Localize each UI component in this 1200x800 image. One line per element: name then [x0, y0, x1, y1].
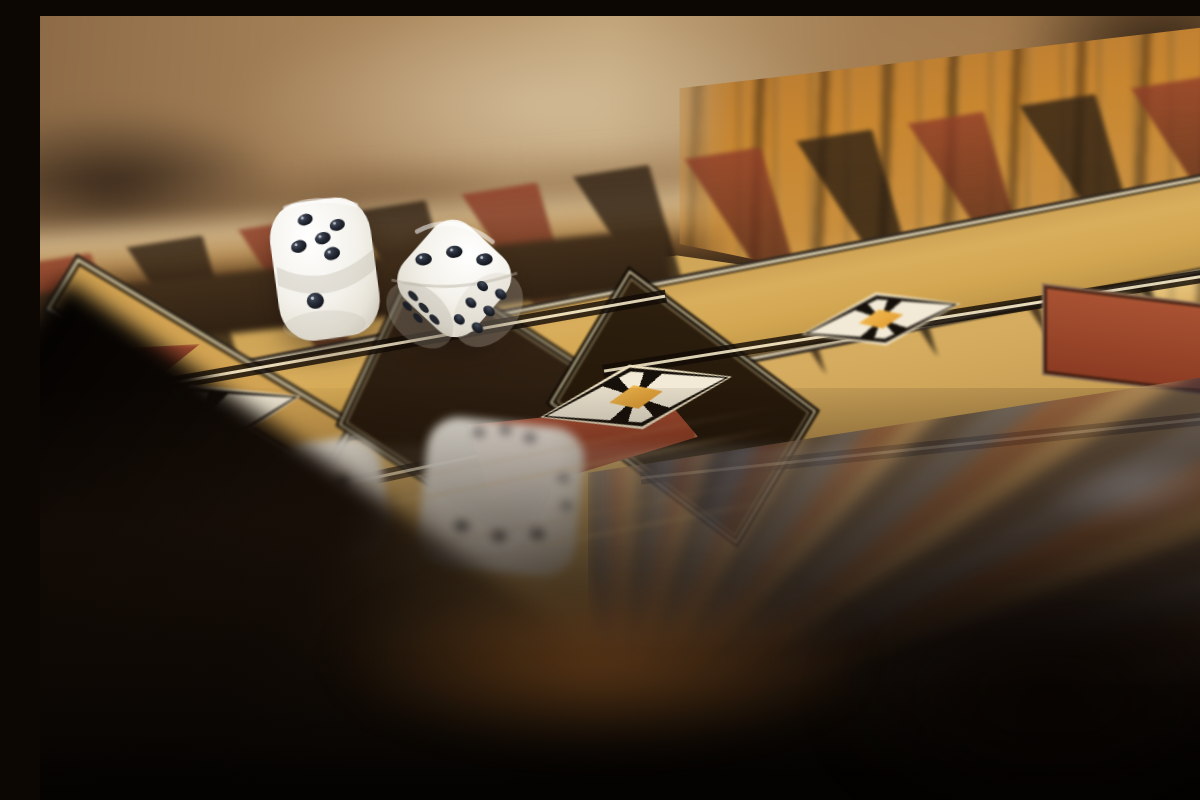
photo-backgammon-dice — [40, 16, 1200, 800]
vignette — [40, 16, 1200, 800]
